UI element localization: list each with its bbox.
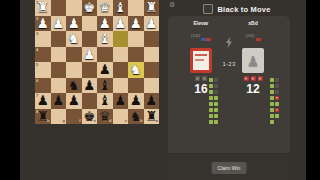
tracker-row [270,102,279,106]
strike-box: ✕ [258,76,263,81]
white-pawn[interactable]: ♟ [37,16,49,32]
square-e8[interactable]: e♚ [82,109,98,125]
square-c5[interactable] [113,62,129,78]
rank-label: 4 [36,48,38,52]
square-c6[interactable] [113,78,129,94]
tracker-cell-green [214,96,218,100]
white-player-rating: (105) [191,34,200,38]
tracker-cell-green [270,108,274,112]
square-b7[interactable]: ♟ [128,93,144,109]
tracker-cell-green [209,90,213,94]
square-g3[interactable] [51,31,67,47]
tracker-row [209,96,218,100]
square-f4[interactable] [66,47,82,63]
white-pawn[interactable]: ♟ [145,16,157,32]
black-pawn[interactable]: ♟ [37,93,49,109]
file-label: h [47,119,49,123]
square-d2[interactable]: ♟ [97,16,113,32]
strike-box: ✕ [244,76,249,81]
tracker-cell-gray [275,78,279,82]
game-info-panel: Elevar (105) ✕✕ 16 1-23 xBd (105) [168,16,290,180]
tracker-cell-green [209,84,213,88]
square-h8[interactable]: 8h♜ [35,109,51,125]
square-a3[interactable] [144,31,160,47]
square-b3[interactable] [128,31,144,47]
square-b1[interactable] [128,0,144,16]
square-e6[interactable]: ♟ [82,78,98,94]
square-f8[interactable]: f [66,109,82,125]
white-pawn[interactable]: ♟ [52,16,64,32]
square-f7[interactable]: ♟ [66,93,82,109]
tracker-cell-green [270,114,274,118]
white-queen[interactable]: ♛ [99,0,111,16]
square-h6[interactable]: 6 [35,78,51,94]
tracker-cell-green [209,96,213,100]
black-player-rating-row: (105) [230,27,276,45]
square-d5[interactable]: ♟ [97,62,113,78]
white-player-flags [201,27,211,45]
file-label: b [140,119,142,123]
white-bishop[interactable]: ♝ [114,0,126,16]
square-f6[interactable]: ♞ [66,78,82,94]
tracker-cell-green [209,108,213,112]
white-pawn[interactable]: ♟ [114,16,126,32]
tracker-row [270,84,279,88]
tracker-cell-green [209,114,213,118]
tracker-cell-green-check: ✓ [214,114,218,118]
square-d4[interactable] [97,47,113,63]
tracker-row [209,78,218,82]
strike-box: ✕ [202,76,207,81]
tracker-row [209,90,218,94]
tracker-row: ✓ [209,114,218,118]
square-h4[interactable]: 4 [35,47,51,63]
square-e7[interactable] [82,93,98,109]
tracker-cell-gray [275,84,279,88]
square-b4[interactable] [128,47,144,63]
square-f2[interactable]: ♟ [66,16,82,32]
square-c2[interactable]: ♟ [113,16,129,32]
tracker-cell-green [270,84,274,88]
tracker-row: ✕ [270,96,279,100]
rank-label: 2 [36,17,38,21]
chess-board[interactable]: 1♜♚♛♝♜2♟♟♟♟♟♟♟3♞♝4♟5♟♞6♞♟♝7♟♟♟♝♟♟♟8h♜gfe… [35,0,159,124]
panel-footer: Claim Win [168,153,290,180]
pawn-avatar-glyph: ♟ [247,53,260,69]
square-e4[interactable]: ♟ [82,47,98,63]
black-bishop[interactable]: ♝ [99,93,111,109]
tracker-row: ✓ [209,108,218,112]
black-player-rating: (105) [245,34,254,38]
tracker-row: ✕ [270,108,279,112]
square-c8[interactable]: c [113,109,129,125]
square-h1[interactable]: 1♜ [35,0,51,16]
rank-label: 1 [36,1,38,5]
square-e5[interactable] [82,62,98,78]
square-f5[interactable] [66,62,82,78]
tracker-row [209,120,218,124]
tracker-cell-green [275,114,279,118]
square-a6[interactable] [144,78,160,94]
white-king[interactable]: ♚ [83,0,95,16]
square-e1[interactable]: ♚ [82,0,98,16]
black-player-avatar[interactable]: ♟ [242,48,264,73]
tracker-cell-gray [214,90,218,94]
square-d3[interactable]: ♝ [97,31,113,47]
square-a1[interactable]: ♜ [144,0,160,16]
black-pawn[interactable]: ♟ [145,93,157,109]
turn-indicator-row: Black to Move [168,3,306,15]
black-player-flags [256,27,261,45]
square-h7[interactable]: 7♟ [35,93,51,109]
black-bishop[interactable]: ♝ [99,78,111,94]
black-player-name: xBd [230,20,276,26]
tracker-cell-gray [214,78,218,82]
square-a4[interactable] [144,47,160,63]
square-g6[interactable] [51,78,67,94]
square-a2[interactable]: ♟ [144,16,160,32]
square-b2[interactable]: ♟ [128,16,144,32]
tracker-cell-gray [275,90,279,94]
app-window: 1♜♚♛♝♜2♟♟♟♟♟♟♟3♞♝4♟5♟♞6♞♟♝7♟♟♟♝♟♟♟8h♜gfe… [20,0,306,180]
black-pawn[interactable]: ♟ [68,93,80,109]
tracker-cell-green-check: ✓ [214,108,218,112]
strike-box: ✕ [195,76,200,81]
tracker-row: ✓ [209,102,218,106]
white-pawn[interactable]: ♟ [68,16,80,32]
square-c1[interactable]: ♝ [113,0,129,16]
rank-label: 3 [36,32,38,36]
black-tracker: ✕✕ [270,78,279,124]
white-player-avatar[interactable] [190,48,212,73]
tracker-cell-green [270,78,274,82]
tracker-cell-green [270,96,274,100]
rank-label: 8 [36,110,38,114]
file-label: c [125,119,127,123]
white-knight[interactable]: ♞ [68,31,80,47]
square-e2[interactable] [82,16,98,32]
white-player-name: Elevar [178,20,224,26]
white-tracker: ✓✓✓ [209,78,218,124]
white-rook[interactable]: ♜ [37,0,49,16]
square-f1[interactable] [66,0,82,16]
rank-label: 6 [36,79,38,83]
square-f3[interactable]: ♞ [66,31,82,47]
tracker-cell-green [214,120,218,124]
square-b5[interactable]: ♞ [128,62,144,78]
square-d1[interactable]: ♛ [97,0,113,16]
tracker-cell-green [270,102,274,106]
square-d6[interactable]: ♝ [97,78,113,94]
tracker-cell-green [209,120,213,124]
strike-box: ✕ [251,76,256,81]
square-d8[interactable]: d♛ [97,109,113,125]
square-b6[interactable] [128,78,144,94]
file-label: a [156,119,158,123]
file-label: e [94,119,96,123]
square-h5[interactable]: 5 [35,62,51,78]
rank-label: 5 [36,63,38,67]
square-g8[interactable]: g [51,109,67,125]
square-a8[interactable]: a♜ [144,109,160,125]
square-c3[interactable] [113,31,129,47]
tracker-cell-green [275,102,279,106]
white-knight[interactable]: ♞ [130,62,142,78]
country-flag [206,38,211,41]
turn-label: Black to Move [217,5,270,14]
white-pawn[interactable]: ♟ [83,47,95,63]
square-h2[interactable]: 2♟ [35,16,51,32]
square-a7[interactable]: ♟ [144,93,160,109]
white-rook[interactable]: ♜ [145,0,157,16]
square-g4[interactable] [51,47,67,63]
square-g7[interactable]: ♟ [51,93,67,109]
tracker-cell-gray [214,84,218,88]
square-g5[interactable] [51,62,67,78]
tracker-cell-red-x: ✕ [275,108,279,112]
square-b8[interactable]: b♞ [128,109,144,125]
avatar-detail [195,59,204,61]
tracker-cell-green [270,90,274,94]
tracker-cell-red-x: ✕ [275,96,279,100]
tracker-cell-green [270,120,274,124]
black-knight[interactable]: ♞ [68,78,80,94]
square-g2[interactable]: ♟ [51,16,67,32]
tracker-row [270,78,279,82]
tracker-row [209,84,218,88]
claim-win-button[interactable]: Claim Win [212,162,247,174]
black-pawn[interactable]: ♟ [99,62,111,78]
square-h3[interactable]: 3 [35,31,51,47]
tracker-cell-green [209,102,213,106]
file-label: f [79,119,80,123]
square-a5[interactable] [144,62,160,78]
square-c4[interactable] [113,47,129,63]
file-label: d [109,119,111,123]
tracker-row [270,90,279,94]
country-flag [256,38,261,41]
square-g1[interactable] [51,0,67,16]
black-pawn[interactable]: ♟ [52,93,64,109]
file-label: g [63,119,65,123]
rank-label: 7 [36,94,38,98]
black-pawn[interactable]: ♟ [130,93,142,109]
square-c7[interactable]: ♟ [113,93,129,109]
square-e3[interactable] [82,31,98,47]
tracker-row [270,120,279,124]
black-pawn[interactable]: ♟ [114,93,126,109]
avatar-detail [195,54,207,56]
turn-checkbox[interactable] [203,4,213,14]
white-pawn[interactable]: ♟ [130,16,142,32]
tracker-cell-green [209,78,213,82]
square-d7[interactable]: ♝ [97,93,113,109]
tracker-cell-green-check: ✓ [214,102,218,106]
black-pawn[interactable]: ♟ [83,78,95,94]
tracker-row [270,114,279,118]
white-bishop[interactable]: ♝ [99,31,111,47]
white-pawn[interactable]: ♟ [99,16,111,32]
